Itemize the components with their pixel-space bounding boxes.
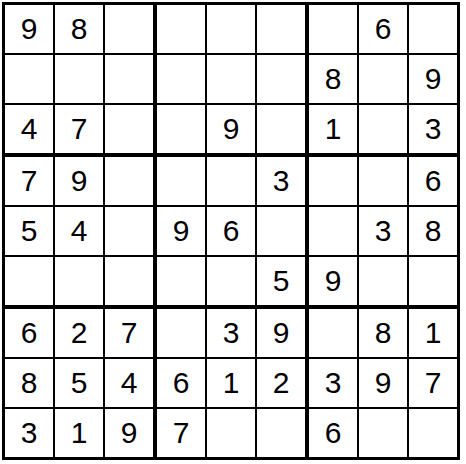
cell-r9c5[interactable] [207, 409, 255, 457]
cell-r5c9[interactable]: 8 [409, 207, 457, 255]
cell-r6c5[interactable] [207, 257, 255, 305]
cell-r5c1[interactable]: 5 [5, 207, 53, 255]
cell-r4c3[interactable] [105, 157, 153, 205]
cell-r2c4[interactable] [157, 55, 205, 103]
cell-r9c4[interactable]: 7 [157, 409, 205, 457]
cell-r2c6[interactable] [257, 55, 305, 103]
cell-r8c7[interactable]: 3 [309, 359, 357, 407]
sudoku-box-3: 68913 [309, 5, 457, 153]
cell-r6c7[interactable]: 9 [309, 257, 357, 305]
cell-r4c8[interactable] [359, 157, 407, 205]
cell-r8c6[interactable]: 2 [257, 359, 305, 407]
cell-r1c8[interactable]: 6 [359, 5, 407, 53]
cell-r9c7[interactable]: 6 [309, 409, 357, 457]
cell-r3c3[interactable] [105, 105, 153, 153]
sudoku-box-9: 813976 [309, 309, 457, 457]
cell-r6c9[interactable] [409, 257, 457, 305]
cell-r3c1[interactable]: 4 [5, 105, 53, 153]
cell-r2c3[interactable] [105, 55, 153, 103]
cell-r2c7[interactable]: 8 [309, 55, 357, 103]
cell-r8c3[interactable]: 4 [105, 359, 153, 407]
cell-r9c6[interactable] [257, 409, 305, 457]
cell-r2c8[interactable] [359, 55, 407, 103]
cell-r7c5[interactable]: 3 [207, 309, 255, 357]
cell-r4c2[interactable]: 9 [55, 157, 103, 205]
cell-r5c5[interactable]: 6 [207, 207, 255, 255]
cell-r7c7[interactable] [309, 309, 357, 357]
cell-r2c2[interactable] [55, 55, 103, 103]
cell-r6c2[interactable] [55, 257, 103, 305]
sudoku-board: 9847968913795439656389627854319396127813… [2, 2, 460, 460]
cell-r3c7[interactable]: 1 [309, 105, 357, 153]
cell-r7c1[interactable]: 6 [5, 309, 53, 357]
cell-r1c9[interactable] [409, 5, 457, 53]
cell-r3c9[interactable]: 3 [409, 105, 457, 153]
cell-r7c3[interactable]: 7 [105, 309, 153, 357]
cell-r7c9[interactable]: 1 [409, 309, 457, 357]
cell-r6c3[interactable] [105, 257, 153, 305]
cell-r6c6[interactable]: 5 [257, 257, 305, 305]
cell-r1c7[interactable] [309, 5, 357, 53]
cell-r2c9[interactable]: 9 [409, 55, 457, 103]
cell-r6c4[interactable] [157, 257, 205, 305]
cell-r5c6[interactable] [257, 207, 305, 255]
cell-r3c8[interactable] [359, 105, 407, 153]
cell-r7c8[interactable]: 8 [359, 309, 407, 357]
sudoku-box-5: 3965 [157, 157, 305, 305]
sudoku-box-1: 9847 [5, 5, 153, 153]
cell-r3c2[interactable]: 7 [55, 105, 103, 153]
cell-r5c4[interactable]: 9 [157, 207, 205, 255]
cell-r8c5[interactable]: 1 [207, 359, 255, 407]
cell-r2c1[interactable] [5, 55, 53, 103]
cell-r8c1[interactable]: 8 [5, 359, 53, 407]
cell-r1c5[interactable] [207, 5, 255, 53]
cell-r8c2[interactable]: 5 [55, 359, 103, 407]
cell-r3c4[interactable] [157, 105, 205, 153]
cell-r4c4[interactable] [157, 157, 205, 205]
cell-r1c4[interactable] [157, 5, 205, 53]
cell-r4c7[interactable] [309, 157, 357, 205]
cell-r6c1[interactable] [5, 257, 53, 305]
sudoku-box-2: 9 [157, 5, 305, 153]
sudoku-box-7: 627854319 [5, 309, 153, 457]
cell-r4c9[interactable]: 6 [409, 157, 457, 205]
cell-r9c9[interactable] [409, 409, 457, 457]
cell-r1c1[interactable]: 9 [5, 5, 53, 53]
cell-r9c2[interactable]: 1 [55, 409, 103, 457]
cell-r9c1[interactable]: 3 [5, 409, 53, 457]
cell-r9c3[interactable]: 9 [105, 409, 153, 457]
cell-r5c7[interactable] [309, 207, 357, 255]
cell-r1c2[interactable]: 8 [55, 5, 103, 53]
cell-r5c2[interactable]: 4 [55, 207, 103, 255]
cell-r7c2[interactable]: 2 [55, 309, 103, 357]
cell-r4c5[interactable] [207, 157, 255, 205]
cell-r6c8[interactable] [359, 257, 407, 305]
cell-r4c1[interactable]: 7 [5, 157, 53, 205]
cell-r1c6[interactable] [257, 5, 305, 53]
cell-r7c4[interactable] [157, 309, 205, 357]
cell-r3c6[interactable] [257, 105, 305, 153]
cell-r2c5[interactable] [207, 55, 255, 103]
cell-r4c6[interactable]: 3 [257, 157, 305, 205]
cell-r5c3[interactable] [105, 207, 153, 255]
cell-r9c8[interactable] [359, 409, 407, 457]
cell-r7c6[interactable]: 9 [257, 309, 305, 357]
cell-r1c3[interactable] [105, 5, 153, 53]
cell-r3c5[interactable]: 9 [207, 105, 255, 153]
cell-r8c4[interactable]: 6 [157, 359, 205, 407]
cell-r5c8[interactable]: 3 [359, 207, 407, 255]
sudoku-box-6: 6389 [309, 157, 457, 305]
sudoku-box-4: 7954 [5, 157, 153, 305]
page: { "game": "sudoku", "position": "98.....… [0, 0, 466, 462]
sudoku-box-8: 396127 [157, 309, 305, 457]
cell-r8c9[interactable]: 7 [409, 359, 457, 407]
cell-r8c8[interactable]: 9 [359, 359, 407, 407]
